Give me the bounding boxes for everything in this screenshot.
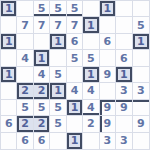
cell-r3-c3[interactable] bbox=[50, 50, 66, 66]
cell-r4-c1[interactable] bbox=[17, 67, 33, 83]
cell-r2-c2[interactable] bbox=[34, 34, 50, 50]
cell-r0-c8[interactable] bbox=[133, 1, 149, 17]
cell-r7-c6[interactable]: 9 bbox=[100, 116, 116, 132]
cell-r2-c7[interactable] bbox=[116, 34, 132, 50]
cell-r4-c7[interactable]: 1 bbox=[116, 67, 132, 83]
cell-r2-c3[interactable]: 1 bbox=[50, 34, 66, 50]
cell-r3-c5[interactable]: 5 bbox=[83, 50, 99, 66]
cell-r0-c6[interactable]: 1 bbox=[100, 1, 116, 17]
cell-r5-c4[interactable]: 4 bbox=[67, 83, 83, 99]
cell-r5-c5[interactable]: 4 bbox=[83, 83, 99, 99]
cell-r8-c0[interactable] bbox=[1, 133, 17, 149]
cell-r5-c0[interactable] bbox=[1, 83, 17, 99]
puzzle-board: 1555177771511661415561451912214433555149… bbox=[0, 0, 150, 150]
cell-r2-c4[interactable]: 6 bbox=[67, 34, 83, 50]
cell-r2-c5[interactable] bbox=[83, 34, 99, 50]
cell-r8-c8[interactable] bbox=[133, 133, 149, 149]
cell-r4-c5[interactable]: 1 bbox=[83, 67, 99, 83]
cell-r1-c2[interactable]: 7 bbox=[34, 17, 50, 33]
cell-r5-c8[interactable]: 3 bbox=[133, 83, 149, 99]
cell-r7-c3[interactable]: 5 bbox=[50, 116, 66, 132]
cell-r2-c8[interactable]: 1 bbox=[133, 34, 149, 50]
cell-r3-c6[interactable] bbox=[100, 50, 116, 66]
cell-r4-c3[interactable]: 5 bbox=[50, 67, 66, 83]
cell-r8-c1[interactable]: 6 bbox=[17, 133, 33, 149]
cell-r6-c4[interactable]: 1 bbox=[67, 100, 83, 116]
cell-r0-c2[interactable]: 5 bbox=[34, 1, 50, 17]
cell-r7-c7[interactable] bbox=[116, 116, 132, 132]
cell-r0-c5[interactable] bbox=[83, 1, 99, 17]
cell-r2-c1[interactable] bbox=[17, 34, 33, 50]
cell-r2-c0[interactable]: 1 bbox=[1, 34, 17, 50]
cell-r6-c0[interactable] bbox=[1, 100, 17, 116]
cell-r8-c6[interactable]: 3 bbox=[100, 133, 116, 149]
cell-r0-c3[interactable]: 5 bbox=[50, 1, 66, 17]
cell-r6-c7[interactable]: 9 bbox=[116, 100, 132, 116]
cell-r3-c1[interactable]: 4 bbox=[17, 50, 33, 66]
cell-r0-c4[interactable]: 5 bbox=[67, 1, 83, 17]
cell-r1-c0[interactable] bbox=[1, 17, 17, 33]
cell-r8-c2[interactable]: 6 bbox=[34, 133, 50, 149]
cell-r5-c3[interactable]: 1 bbox=[50, 83, 66, 99]
cell-r0-c0[interactable]: 1 bbox=[1, 1, 17, 17]
cell-r1-c8[interactable]: 5 bbox=[133, 17, 149, 33]
cell-r7-c5[interactable]: 2 bbox=[83, 116, 99, 132]
cell-r1-c6[interactable] bbox=[100, 17, 116, 33]
cell-r7-c4[interactable] bbox=[67, 116, 83, 132]
cell-r4-c2[interactable]: 4 bbox=[34, 67, 50, 83]
cell-r0-c7[interactable] bbox=[116, 1, 132, 17]
cell-r4-c0[interactable]: 1 bbox=[1, 67, 17, 83]
cell-r7-c2[interactable]: 2 bbox=[34, 116, 50, 132]
cell-r6-c5[interactable]: 4 bbox=[83, 100, 99, 116]
cell-r3-c0[interactable] bbox=[1, 50, 17, 66]
cell-r7-c8[interactable]: 9 bbox=[133, 116, 149, 132]
cell-r1-c7[interactable] bbox=[116, 17, 132, 33]
cell-r0-c1[interactable] bbox=[17, 1, 33, 17]
cell-r1-c4[interactable]: 7 bbox=[67, 17, 83, 33]
cell-r3-c4[interactable]: 5 bbox=[67, 50, 83, 66]
cell-r3-c2[interactable]: 1 bbox=[34, 50, 50, 66]
cell-r8-c4[interactable]: 1 bbox=[67, 133, 83, 149]
cell-r8-c3[interactable] bbox=[50, 133, 66, 149]
cell-r1-c5[interactable]: 1 bbox=[83, 17, 99, 33]
cell-r6-c6[interactable]: 9 bbox=[100, 100, 116, 116]
cell-r3-c8[interactable] bbox=[133, 50, 149, 66]
cell-r6-c8[interactable] bbox=[133, 100, 149, 116]
cell-r6-c1[interactable]: 5 bbox=[17, 100, 33, 116]
cell-r8-c5[interactable] bbox=[83, 133, 99, 149]
cell-r3-c7[interactable]: 6 bbox=[116, 50, 132, 66]
cell-r1-c1[interactable]: 7 bbox=[17, 17, 33, 33]
cell-r5-c2[interactable]: 2 bbox=[34, 83, 50, 99]
cell-r6-c3[interactable]: 5 bbox=[50, 100, 66, 116]
cell-r4-c4[interactable] bbox=[67, 67, 83, 83]
cell-r6-c2[interactable]: 5 bbox=[34, 100, 50, 116]
cell-r1-c3[interactable]: 7 bbox=[50, 17, 66, 33]
cell-r4-c8[interactable] bbox=[133, 67, 149, 83]
cell-r7-c0[interactable]: 6 bbox=[1, 116, 17, 132]
fillomino-puzzle: 1555177771511661415561451912214433555149… bbox=[0, 0, 150, 150]
cell-r5-c6[interactable] bbox=[100, 83, 116, 99]
cell-r4-c6[interactable]: 9 bbox=[100, 67, 116, 83]
cell-r8-c7[interactable]: 3 bbox=[116, 133, 132, 149]
cell-r7-c1[interactable]: 2 bbox=[17, 116, 33, 132]
cell-r5-c7[interactable]: 3 bbox=[116, 83, 132, 99]
cell-r5-c1[interactable]: 2 bbox=[17, 83, 33, 99]
cell-r2-c6[interactable]: 6 bbox=[100, 34, 116, 50]
